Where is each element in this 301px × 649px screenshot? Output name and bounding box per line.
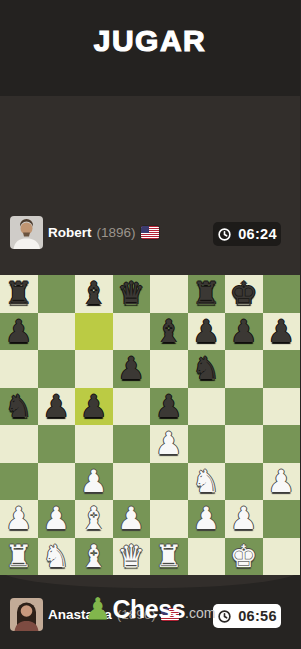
player-rating: (1896) [97,225,136,240]
square-h6[interactable] [263,350,301,388]
square-d7[interactable] [113,313,151,351]
square-e3[interactable] [150,463,188,501]
piece-white-knight[interactable]: ♞ [38,538,76,576]
piece-black-pawn[interactable]: ♟ [263,313,301,351]
piece-white-queen[interactable]: ♛ [113,538,151,576]
chesscom-logo: ♟ Chess .com [0,589,300,629]
square-g5[interactable] [225,388,263,426]
square-g8[interactable]: ♚ [225,275,263,313]
square-d6[interactable]: ♟ [113,350,151,388]
square-c7[interactable] [75,313,113,351]
square-h8[interactable] [263,275,301,313]
square-e5[interactable]: ♟ [150,388,188,426]
square-b7[interactable] [38,313,76,351]
square-a4[interactable] [0,425,38,463]
square-e2[interactable] [150,500,188,538]
square-a7[interactable]: ♟ [0,313,38,351]
square-f3[interactable]: ♞ [188,463,226,501]
square-g7[interactable]: ♟ [225,313,263,351]
piece-black-rook[interactable]: ♜ [188,275,226,313]
player-clock-top: 06:24 [213,222,281,246]
clock-time: 06:24 [238,226,277,242]
piece-white-rook[interactable]: ♜ [150,538,188,576]
square-f6[interactable]: ♞ [188,350,226,388]
piece-white-pawn[interactable]: ♟ [150,425,188,463]
square-f5[interactable] [188,388,226,426]
square-f1[interactable] [188,538,226,576]
square-h3[interactable]: ♟ [263,463,301,501]
square-g4[interactable] [225,425,263,463]
page-title: JUGAR [0,24,300,58]
square-d5[interactable] [113,388,151,426]
square-a1[interactable]: ♜ [0,538,38,576]
piece-white-pawn[interactable]: ♟ [0,500,38,538]
square-a3[interactable] [0,463,38,501]
square-e6[interactable] [150,350,188,388]
player-row-top[interactable]: Robert (1896) 06:24 [0,216,300,249]
piece-white-pawn[interactable]: ♟ [38,500,76,538]
piece-white-pawn[interactable]: ♟ [263,463,301,501]
square-h1[interactable] [263,538,301,576]
piece-black-pawn[interactable]: ♟ [225,313,263,351]
body-panel: Robert (1896) 06:24 ♜♝♛♜♚♟♝♟♟♟♟♞♞♟♟♟♟♟♞♟… [0,96,300,588]
square-f7[interactable]: ♟ [188,313,226,351]
square-a6[interactable] [0,350,38,388]
piece-white-pawn[interactable]: ♟ [188,500,226,538]
square-a2[interactable]: ♟ [0,500,38,538]
avatar-photo-icon [10,216,43,249]
piece-white-king[interactable]: ♚ [225,538,263,576]
us-flag-icon [141,226,159,239]
piece-black-pawn[interactable]: ♟ [188,313,226,351]
square-b4[interactable] [38,425,76,463]
piece-black-bishop[interactable]: ♝ [150,313,188,351]
green-pawn-logo-icon: ♟ [85,592,112,626]
piece-black-pawn[interactable]: ♟ [38,388,76,426]
square-c5[interactable]: ♟ [75,388,113,426]
square-f4[interactable] [188,425,226,463]
square-d8[interactable]: ♛ [113,275,151,313]
square-e1[interactable]: ♜ [150,538,188,576]
square-b8[interactable] [38,275,76,313]
player-avatar-top[interactable] [10,216,43,249]
header-bar: JUGAR [0,0,300,96]
square-c1[interactable]: ♝ [75,538,113,576]
piece-black-pawn[interactable]: ♟ [75,388,113,426]
square-b3[interactable] [38,463,76,501]
piece-black-knight[interactable]: ♞ [188,350,226,388]
piece-black-pawn[interactable]: ♟ [0,313,38,351]
square-h5[interactable] [263,388,301,426]
piece-black-knight[interactable]: ♞ [0,388,38,426]
piece-black-pawn[interactable]: ♟ [150,388,188,426]
piece-white-pawn[interactable]: ♟ [113,500,151,538]
square-c3[interactable]: ♟ [75,463,113,501]
piece-white-pawn[interactable]: ♟ [225,500,263,538]
piece-white-knight[interactable]: ♞ [188,463,226,501]
square-f2[interactable]: ♟ [188,500,226,538]
square-c2[interactable]: ♝ [75,500,113,538]
square-d4[interactable] [113,425,151,463]
square-d3[interactable] [113,463,151,501]
square-g1[interactable]: ♚ [225,538,263,576]
square-e7[interactable]: ♝ [150,313,188,351]
chess-board[interactable]: ♜♝♛♜♚♟♝♟♟♟♟♞♞♟♟♟♟♟♞♟♟♟♝♟♟♟♜♞♝♛♜♚ [0,275,300,575]
square-h7[interactable]: ♟ [263,313,301,351]
piece-white-bishop[interactable]: ♝ [75,538,113,576]
piece-black-bishop[interactable]: ♝ [75,275,113,313]
square-d1[interactable]: ♛ [113,538,151,576]
piece-black-rook[interactable]: ♜ [0,275,38,313]
square-a5[interactable]: ♞ [0,388,38,426]
square-b5[interactable]: ♟ [38,388,76,426]
square-b2[interactable]: ♟ [38,500,76,538]
piece-white-rook[interactable]: ♜ [0,538,38,576]
square-h4[interactable] [263,425,301,463]
square-g2[interactable]: ♟ [225,500,263,538]
player-name: Robert [48,225,92,240]
clock-icon [217,227,232,242]
piece-white-pawn[interactable]: ♟ [75,463,113,501]
square-c8[interactable]: ♝ [75,275,113,313]
square-e8[interactable] [150,275,188,313]
square-b6[interactable] [38,350,76,388]
square-g6[interactable] [225,350,263,388]
square-a8[interactable]: ♜ [0,275,38,313]
square-c6[interactable] [75,350,113,388]
piece-black-queen[interactable]: ♛ [113,275,151,313]
game-screen: JUGAR Robert (1896) [0,0,300,649]
square-b1[interactable]: ♞ [38,538,76,576]
square-d2[interactable]: ♟ [113,500,151,538]
piece-black-king[interactable]: ♚ [225,275,263,313]
square-e4[interactable]: ♟ [150,425,188,463]
brand-text: Chess .com [113,595,216,624]
piece-white-bishop[interactable]: ♝ [75,500,113,538]
square-h2[interactable] [263,500,301,538]
piece-black-pawn[interactable]: ♟ [113,350,151,388]
square-g3[interactable] [225,463,263,501]
square-f8[interactable]: ♜ [188,275,226,313]
square-c4[interactable] [75,425,113,463]
player-meta-top: Robert (1896) [48,216,159,249]
